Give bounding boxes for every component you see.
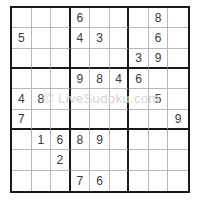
sudoku-cell-r8c9[interactable]	[168, 150, 188, 170]
sudoku-cell-r8c7[interactable]	[129, 150, 149, 170]
sudoku-cell-r4c9[interactable]	[168, 69, 188, 89]
sudoku-cell-r8c6[interactable]	[110, 150, 130, 170]
sudoku-cell-r7c8[interactable]	[149, 130, 169, 150]
sudoku-cell-r9c6[interactable]	[110, 171, 130, 191]
sudoku-cell-r4c3[interactable]	[51, 69, 71, 89]
sudoku-cell-r1c6[interactable]	[110, 8, 130, 28]
sudoku-cell-r3c7[interactable]: 3	[129, 49, 149, 69]
sudoku-cell-r7c1[interactable]	[12, 130, 32, 150]
sudoku-cell-r5c2[interactable]: 8	[32, 89, 52, 109]
sudoku-cell-r1c2[interactable]	[32, 8, 52, 28]
sudoku-cell-r4c6[interactable]: 4	[110, 69, 130, 89]
sudoku-cell-r3c4[interactable]	[71, 49, 91, 69]
sudoku-cell-r6c2[interactable]	[32, 110, 52, 130]
sudoku-cell-r6c4[interactable]	[71, 110, 91, 130]
sudoku-cell-r4c2[interactable]	[32, 69, 52, 89]
sudoku-cell-r5c6[interactable]	[110, 89, 130, 109]
sudoku-cell-r5c1[interactable]: 4	[12, 89, 32, 109]
sudoku-cell-r7c9[interactable]	[168, 130, 188, 150]
sudoku-cell-r1c7[interactable]	[129, 8, 149, 28]
sudoku-cell-r4c7[interactable]: 6	[129, 69, 149, 89]
sudoku-cell-r3c3[interactable]	[51, 49, 71, 69]
sudoku-cell-r5c3[interactable]	[51, 89, 71, 109]
sudoku-cell-r9c3[interactable]	[51, 171, 71, 191]
sudoku-cell-r6c3[interactable]	[51, 110, 71, 130]
sudoku-cell-r4c1[interactable]	[12, 69, 32, 89]
sudoku-cell-r6c8[interactable]	[149, 110, 169, 130]
sudoku-cell-r3c2[interactable]	[32, 49, 52, 69]
sudoku-cell-r5c8[interactable]: 5	[149, 89, 169, 109]
sudoku-cell-r8c1[interactable]	[12, 150, 32, 170]
sudoku-cell-r6c1[interactable]: 7	[12, 110, 32, 130]
sudoku-cell-r2c6[interactable]	[110, 28, 130, 48]
sudoku-cell-r6c9[interactable]: 9	[168, 110, 188, 130]
sudoku-cell-r5c4[interactable]	[71, 89, 91, 109]
sudoku-cell-r2c9[interactable]	[168, 28, 188, 48]
sudoku-cell-r2c2[interactable]	[32, 28, 52, 48]
sudoku-cell-r9c7[interactable]	[129, 171, 149, 191]
sudoku-cell-r1c4[interactable]: 6	[71, 8, 91, 28]
sudoku-cell-r2c4[interactable]: 4	[71, 28, 91, 48]
sudoku-cell-r3c6[interactable]	[110, 49, 130, 69]
sudoku-cell-r6c5[interactable]	[90, 110, 110, 130]
sudoku-cell-r2c7[interactable]	[129, 28, 149, 48]
sudoku-cell-r9c8[interactable]	[149, 171, 169, 191]
sudoku-cell-r7c2[interactable]: 1	[32, 130, 52, 150]
sudoku-cell-r1c3[interactable]	[51, 8, 71, 28]
sudoku-cell-r8c8[interactable]	[149, 150, 169, 170]
sudoku-cell-r9c5[interactable]: 6	[90, 171, 110, 191]
sudoku-cell-r7c3[interactable]: 6	[51, 130, 71, 150]
sudoku-cell-r5c5[interactable]	[90, 89, 110, 109]
sudoku-cell-r8c2[interactable]	[32, 150, 52, 170]
sudoku-cell-r6c7[interactable]	[129, 110, 149, 130]
sudoku-cell-r7c5[interactable]: 9	[90, 130, 110, 150]
sudoku-cell-r1c1[interactable]	[12, 8, 32, 28]
sudoku-cell-r1c9[interactable]	[168, 8, 188, 28]
sudoku-cell-r5c9[interactable]	[168, 89, 188, 109]
sudoku-cell-r3c5[interactable]	[90, 49, 110, 69]
sudoku-cell-r7c7[interactable]	[129, 130, 149, 150]
sudoku-cell-r5c7[interactable]	[129, 89, 149, 109]
sudoku-cell-r9c1[interactable]	[12, 171, 32, 191]
sudoku-cell-r2c8[interactable]: 6	[149, 28, 169, 48]
sudoku-cell-r3c8[interactable]: 9	[149, 49, 169, 69]
sudoku-cell-r9c9[interactable]	[168, 171, 188, 191]
sudoku-cell-r1c8[interactable]: 8	[149, 8, 169, 28]
sudoku-cell-r2c5[interactable]: 3	[90, 28, 110, 48]
sudoku-cell-r2c3[interactable]	[51, 28, 71, 48]
sudoku-cell-r8c5[interactable]	[90, 150, 110, 170]
sudoku-cell-r3c9[interactable]	[168, 49, 188, 69]
sudoku-cell-r9c2[interactable]	[32, 171, 52, 191]
sudoku-cell-r2c1[interactable]: 5	[12, 28, 32, 48]
sudoku-cell-r1c5[interactable]	[90, 8, 110, 28]
sudoku-cell-r7c6[interactable]	[110, 130, 130, 150]
sudoku-cell-r9c4[interactable]: 7	[71, 171, 91, 191]
sudoku-cell-r4c4[interactable]: 9	[71, 69, 91, 89]
sudoku-cell-r8c4[interactable]	[71, 150, 91, 170]
sudoku-cell-r3c1[interactable]	[12, 49, 32, 69]
sudoku-cell-r8c3[interactable]: 2	[51, 150, 71, 170]
sudoku-cell-r4c5[interactable]: 8	[90, 69, 110, 89]
sudoku-cell-r7c4[interactable]: 8	[71, 130, 91, 150]
sudoku-cell-r4c8[interactable]	[149, 69, 169, 89]
sudoku-cell-r6c6[interactable]	[110, 110, 130, 130]
sudoku-board: 685436399846485791689276	[10, 6, 190, 193]
